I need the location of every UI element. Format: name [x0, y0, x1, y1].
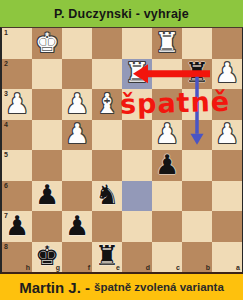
square-f6[interactable] [62, 181, 92, 212]
square-h7[interactable]: 7♟ [2, 211, 32, 242]
square-a4[interactable]: ♟ [212, 120, 242, 151]
white-bishop[interactable]: ♝ [95, 90, 119, 117]
file-label-a: a [236, 264, 240, 271]
black-king[interactable]: ♚ [35, 242, 59, 269]
rank-label-8: 8 [4, 243, 8, 250]
file-label-c: c [176, 264, 180, 271]
header-title: P. Duczynski - vyhraje [54, 7, 189, 21]
square-b2[interactable]: ♜ [182, 59, 212, 90]
black-rook[interactable]: ♜ [95, 242, 119, 269]
black-pawn[interactable]: ♟ [5, 212, 29, 239]
square-c3[interactable] [152, 89, 182, 120]
file-label-d: d [146, 264, 150, 271]
square-b3[interactable] [182, 89, 212, 120]
square-b1[interactable] [182, 28, 212, 59]
square-h6[interactable]: 6 [2, 181, 32, 212]
white-rook[interactable]: ♜ [155, 29, 179, 56]
square-c5[interactable]: ♟ [152, 150, 182, 181]
black-knight[interactable]: ♞ [95, 181, 119, 208]
square-g3[interactable] [32, 89, 62, 120]
square-g4[interactable] [32, 120, 62, 151]
square-a6[interactable] [212, 181, 242, 212]
file-label-b: b [206, 264, 210, 271]
square-f1[interactable] [62, 28, 92, 59]
square-g5[interactable] [32, 150, 62, 181]
square-e4[interactable] [92, 120, 122, 151]
footer-note: špatně zvolená varianta [94, 281, 224, 293]
white-pawn[interactable]: ♟ [155, 120, 179, 147]
header-bar: P. Duczynski - vyhraje [0, 0, 243, 27]
square-g1[interactable]: ♚ [32, 28, 62, 59]
square-d8[interactable]: d [122, 242, 152, 273]
square-a1[interactable] [212, 28, 242, 59]
square-h4[interactable]: 4 [2, 120, 32, 151]
square-d6[interactable] [122, 181, 152, 212]
chess-board-wrap: 1♚♜2♜♜♟3♟♟♝4♟♟♟5♟6♟♞7♟♟8hg♚fe♜dcba špatn… [0, 27, 243, 274]
file-label-f: f [88, 264, 90, 271]
square-b8[interactable]: b [182, 242, 212, 273]
square-f8[interactable]: f [62, 242, 92, 273]
square-a2[interactable]: ♟ [212, 59, 242, 90]
square-d5[interactable] [122, 150, 152, 181]
square-b5[interactable] [182, 150, 212, 181]
square-c2[interactable] [152, 59, 182, 90]
rank-label-4: 4 [4, 121, 8, 128]
square-e5[interactable] [92, 150, 122, 181]
square-h5[interactable]: 5 [2, 150, 32, 181]
square-g6[interactable]: ♟ [32, 181, 62, 212]
square-f3[interactable]: ♟ [62, 89, 92, 120]
square-e6[interactable]: ♞ [92, 181, 122, 212]
rank-label-5: 5 [4, 151, 8, 158]
square-f7[interactable]: ♟ [62, 211, 92, 242]
square-h8[interactable]: 8h [2, 242, 32, 273]
black-pawn[interactable]: ♟ [65, 212, 89, 239]
square-d3[interactable] [122, 89, 152, 120]
square-b7[interactable] [182, 211, 212, 242]
square-c8[interactable]: c [152, 242, 182, 273]
white-pawn[interactable]: ♟ [215, 59, 239, 86]
chess-puzzle-card: P. Duczynski - vyhraje 1♚♜2♜♜♟3♟♟♝4♟♟♟5♟… [0, 0, 243, 300]
square-c7[interactable] [152, 211, 182, 242]
square-d4[interactable] [122, 120, 152, 151]
square-e7[interactable] [92, 211, 122, 242]
square-e2[interactable] [92, 59, 122, 90]
square-a3[interactable] [212, 89, 242, 120]
square-f4[interactable]: ♟ [62, 120, 92, 151]
square-d2[interactable]: ♜ [122, 59, 152, 90]
square-c1[interactable]: ♜ [152, 28, 182, 59]
square-e1[interactable] [92, 28, 122, 59]
rank-label-2: 2 [4, 60, 8, 67]
square-b4[interactable] [182, 120, 212, 151]
square-b6[interactable] [182, 181, 212, 212]
square-e8[interactable]: e♜ [92, 242, 122, 273]
square-a8[interactable]: a [212, 242, 242, 273]
rank-label-6: 6 [4, 182, 8, 189]
square-d1[interactable] [122, 28, 152, 59]
square-e3[interactable]: ♝ [92, 89, 122, 120]
black-pawn[interactable]: ♟ [155, 151, 179, 178]
square-d7[interactable] [122, 211, 152, 242]
footer-bar: Martin J. - špatně zvolená varianta [0, 274, 243, 300]
square-h3[interactable]: 3♟ [2, 89, 32, 120]
white-pawn[interactable]: ♟ [5, 90, 29, 117]
square-g2[interactable] [32, 59, 62, 90]
square-g7[interactable] [32, 211, 62, 242]
footer-player: Martin J. - [19, 279, 90, 296]
white-king[interactable]: ♚ [35, 29, 59, 56]
file-label-h: h [26, 264, 30, 271]
white-pawn[interactable]: ♟ [65, 90, 89, 117]
square-g8[interactable]: g♚ [32, 242, 62, 273]
white-pawn[interactable]: ♟ [65, 120, 89, 147]
square-f2[interactable] [62, 59, 92, 90]
white-pawn[interactable]: ♟ [215, 120, 239, 147]
square-a7[interactable] [212, 211, 242, 242]
square-c6[interactable] [152, 181, 182, 212]
square-c4[interactable]: ♟ [152, 120, 182, 151]
square-h1[interactable]: 1 [2, 28, 32, 59]
rank-label-1: 1 [4, 29, 8, 36]
square-f5[interactable] [62, 150, 92, 181]
chess-board[interactable]: 1♚♜2♜♜♟3♟♟♝4♟♟♟5♟6♟♞7♟♟8hg♚fe♜dcba [2, 28, 242, 272]
square-a5[interactable] [212, 150, 242, 181]
white-rook[interactable]: ♜ [125, 59, 149, 86]
black-rook[interactable]: ♜ [185, 59, 209, 86]
black-pawn[interactable]: ♟ [35, 181, 59, 208]
square-h2[interactable]: 2 [2, 59, 32, 90]
